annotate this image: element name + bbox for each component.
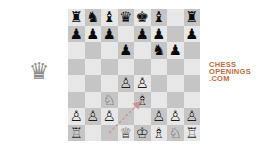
square-e7: ♟ [134, 26, 151, 43]
square-b6 [85, 42, 102, 59]
square-a8: ♜ [68, 9, 85, 26]
queen-crown-icon: ♛ [27, 57, 51, 85]
black-king-e8: ♚ [134, 9, 151, 26]
chess-board: ♜♞♝♛♚♝♜♟♟♟♟♟♟♟♞♟♙♙♘♗♙♙♙♙♙♙♖♕♔♗♘♖ [68, 9, 200, 141]
square-f1: ♗ [151, 125, 168, 142]
square-c8: ♝ [101, 9, 118, 26]
square-g4 [167, 75, 184, 92]
square-c1 [101, 125, 118, 142]
video-frame: ♛ ♜♞♝♛♚♝♜♟♟♟♟♟♟♟♞♟♙♙♘♗♙♙♙♙♙♙♖♕♔♗♘♖ CHESS… [0, 0, 266, 150]
white-pawn-h2: ♙ [184, 108, 201, 125]
square-f6: ♞ [151, 42, 168, 59]
white-rook-h1: ♖ [184, 125, 201, 142]
square-b4 [85, 75, 102, 92]
black-bishop-f8: ♝ [151, 9, 168, 26]
square-e4: ♙ [134, 75, 151, 92]
square-d1: ♕ [118, 125, 135, 142]
square-e5 [134, 59, 151, 76]
black-pawn-f7: ♟ [151, 26, 168, 43]
white-pawn-f2: ♙ [151, 108, 168, 125]
white-queen-d1: ♕ [118, 125, 135, 142]
chessopenings-logo: CHESS OPENINGS .COM [209, 61, 251, 82]
black-rook-a8: ♜ [68, 9, 85, 26]
square-g6: ♟ [167, 42, 184, 59]
square-f8: ♝ [151, 9, 168, 26]
square-d7 [118, 26, 135, 43]
logo-line-com: .COM [209, 75, 251, 82]
square-c6 [101, 42, 118, 59]
white-bishop-f1: ♗ [151, 125, 168, 142]
white-pawn-d4: ♙ [118, 75, 135, 92]
black-pawn-e7: ♟ [134, 26, 151, 43]
square-a2: ♙ [68, 108, 85, 125]
square-e1: ♔ [134, 125, 151, 142]
white-pawn-g2: ♙ [167, 108, 184, 125]
square-d5 [118, 59, 135, 76]
white-pawn-a2: ♙ [68, 108, 85, 125]
square-c2: ♙ [101, 108, 118, 125]
square-c3: ♘ [101, 92, 118, 109]
white-rook-a1: ♖ [68, 125, 85, 142]
black-pawn-c7: ♟ [101, 26, 118, 43]
white-pawn-c2: ♙ [101, 108, 118, 125]
square-c7: ♟ [101, 26, 118, 43]
white-knight-c3: ♘ [101, 92, 118, 109]
white-king-e1: ♔ [134, 125, 151, 142]
square-g3 [167, 92, 184, 109]
square-b2: ♙ [85, 108, 102, 125]
square-a5 [68, 59, 85, 76]
square-d3 [118, 92, 135, 109]
square-d2 [118, 108, 135, 125]
square-h5 [184, 59, 201, 76]
black-pawn-d6: ♟ [118, 42, 135, 59]
square-c4 [101, 75, 118, 92]
square-e3: ♗ [134, 92, 151, 109]
square-b1 [85, 125, 102, 142]
square-g7 [167, 26, 184, 43]
square-a1: ♖ [68, 125, 85, 142]
square-c5 [101, 59, 118, 76]
black-queen-d8: ♛ [118, 9, 135, 26]
square-d4: ♙ [118, 75, 135, 92]
square-f3 [151, 92, 168, 109]
black-pawn-h7: ♟ [184, 26, 201, 43]
square-h8: ♜ [184, 9, 201, 26]
square-h7: ♟ [184, 26, 201, 43]
square-g5 [167, 59, 184, 76]
square-a7: ♟ [68, 26, 85, 43]
square-a6 [68, 42, 85, 59]
square-a3 [68, 92, 85, 109]
square-h3 [184, 92, 201, 109]
square-b3 [85, 92, 102, 109]
white-pawn-e4: ♙ [134, 75, 151, 92]
square-e6 [134, 42, 151, 59]
square-g2: ♙ [167, 108, 184, 125]
black-knight-f6: ♞ [151, 42, 168, 59]
square-g1: ♘ [167, 125, 184, 142]
square-d8: ♛ [118, 9, 135, 26]
square-g8 [167, 9, 184, 26]
square-h6 [184, 42, 201, 59]
square-b5 [85, 59, 102, 76]
black-bishop-c8: ♝ [101, 9, 118, 26]
black-pawn-b7: ♟ [85, 26, 102, 43]
square-d6: ♟ [118, 42, 135, 59]
square-h1: ♖ [184, 125, 201, 142]
black-pawn-a7: ♟ [68, 26, 85, 43]
black-pawn-g6: ♟ [167, 42, 184, 59]
white-knight-g1: ♘ [167, 125, 184, 142]
square-f2: ♙ [151, 108, 168, 125]
square-e8: ♚ [134, 9, 151, 26]
square-e2 [134, 108, 151, 125]
white-bishop-e3: ♗ [134, 92, 151, 109]
black-rook-h8: ♜ [184, 9, 201, 26]
square-f5 [151, 59, 168, 76]
white-pawn-b2: ♙ [85, 108, 102, 125]
square-f4 [151, 75, 168, 92]
square-h2: ♙ [184, 108, 201, 125]
square-b7: ♟ [85, 26, 102, 43]
square-a4 [68, 75, 85, 92]
square-h4 [184, 75, 201, 92]
black-knight-b8: ♞ [85, 9, 102, 26]
square-f7: ♟ [151, 26, 168, 43]
square-b8: ♞ [85, 9, 102, 26]
